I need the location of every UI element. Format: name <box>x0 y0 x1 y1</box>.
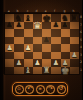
chess-app-screen: abcdefgh 87654321 ♞♝♚♞♜♟♟♛♟♟♟♟♟♟♟♟♟♟♝♜♚ … <box>0 0 82 100</box>
square-f8[interactable] <box>51 14 60 22</box>
home-button[interactable]: ⌂ <box>15 85 24 94</box>
piece-white-pawn-f2[interactable]: ♟ <box>53 60 59 67</box>
home-icon: ⌂ <box>17 86 20 92</box>
file-label-h: h <box>70 9 77 13</box>
rank-label-4: 4 <box>79 44 82 50</box>
reset-button[interactable]: ↺ <box>57 85 66 94</box>
piece-white-rook-e1[interactable]: ♜ <box>43 67 51 74</box>
piece-black-pawn-e5[interactable]: ♟ <box>43 37 49 44</box>
square-a5[interactable] <box>5 37 14 45</box>
piece-black-pawn-b7[interactable]: ♟ <box>16 22 22 29</box>
fast-forward-icon: » <box>38 86 41 92</box>
rank-label-7: 7 <box>79 21 82 27</box>
square-f4[interactable] <box>51 44 60 52</box>
rank-label-2: 2 <box>79 59 82 65</box>
rank-label-5: 5 <box>79 36 82 42</box>
square-c8[interactable]: ♝ <box>24 14 33 22</box>
redo-button[interactable]: ↷ <box>46 85 55 94</box>
square-g2[interactable]: ♟ <box>61 59 70 67</box>
rank-coordinate-labels: 87654321 <box>79 13 83 73</box>
square-e5[interactable]: ♟ <box>42 37 51 45</box>
redo-arrow-icon: ↷ <box>48 86 53 92</box>
file-label-g: g <box>60 9 67 13</box>
chess-board[interactable]: ♞♝♚♞♜♟♟♛♟♟♟♟♟♟♟♟♟♟♝♜♚ <box>4 13 80 75</box>
piece-white-bishop-c1[interactable]: ♝ <box>24 67 32 74</box>
square-c4[interactable]: ♟ <box>24 44 33 52</box>
piece-white-queen-d7[interactable]: ♛ <box>33 22 42 29</box>
square-d8[interactable] <box>33 14 42 22</box>
square-c6[interactable] <box>24 29 33 37</box>
square-d5[interactable] <box>33 37 42 45</box>
square-f1[interactable] <box>51 67 60 75</box>
square-g7[interactable]: ♟ <box>61 22 70 30</box>
square-b5[interactable] <box>14 37 23 45</box>
reset-loop-icon: ↺ <box>59 86 64 92</box>
square-g4[interactable] <box>61 44 70 52</box>
square-e1[interactable]: ♜ <box>42 67 51 75</box>
square-a6[interactable] <box>5 29 14 37</box>
square-b6[interactable] <box>14 29 23 37</box>
piece-white-pawn-g2[interactable]: ♟ <box>62 60 68 67</box>
file-label-e: e <box>42 9 49 13</box>
piece-white-pawn-h3[interactable]: ♟ <box>71 52 77 59</box>
square-c7[interactable] <box>24 22 33 30</box>
undo-button[interactable]: ↶ <box>25 85 34 94</box>
square-b1[interactable] <box>14 67 23 75</box>
piece-black-rook-h8[interactable]: ♜ <box>71 15 79 22</box>
square-f2[interactable]: ♟ <box>51 59 60 67</box>
square-d6[interactable] <box>33 29 42 37</box>
square-c2[interactable] <box>24 59 33 67</box>
square-d7[interactable]: ♛ <box>33 22 42 30</box>
piece-black-pawn-g7[interactable]: ♟ <box>62 22 68 29</box>
square-d3[interactable] <box>33 52 42 60</box>
square-b3[interactable] <box>14 52 23 60</box>
square-g6[interactable] <box>61 29 70 37</box>
file-coordinate-labels: abcdefgh <box>4 8 78 13</box>
square-f5[interactable] <box>51 37 60 45</box>
undo-arrow-icon: ↶ <box>27 86 32 92</box>
piece-black-pawn-a7[interactable]: ♟ <box>6 22 12 29</box>
square-d2[interactable]: ♟ <box>33 59 42 67</box>
square-g3[interactable] <box>61 52 70 60</box>
piece-white-pawn-b2[interactable]: ♟ <box>16 60 22 67</box>
square-f7[interactable]: ♟ <box>51 22 60 30</box>
square-c1[interactable]: ♝ <box>24 67 33 75</box>
rank-label-3: 3 <box>79 51 82 57</box>
piece-white-pawn-c4[interactable]: ♟ <box>25 45 31 52</box>
square-g1[interactable]: ♚ <box>61 67 70 75</box>
piece-white-pawn-d2[interactable]: ♟ <box>34 60 40 67</box>
square-d1[interactable] <box>33 67 42 75</box>
square-a3[interactable] <box>5 52 14 60</box>
square-e4[interactable] <box>42 44 51 52</box>
square-e3[interactable] <box>42 52 51 60</box>
piece-white-pawn-a4[interactable]: ♟ <box>6 45 12 52</box>
square-a1[interactable] <box>5 67 14 75</box>
square-f6[interactable] <box>51 29 60 37</box>
square-c5[interactable] <box>24 37 33 45</box>
bottom-toolbar: ⌂↶»↷↺ <box>12 82 68 96</box>
piece-black-knight-g8[interactable]: ♞ <box>61 15 69 22</box>
piece-black-knight-b8[interactable]: ♞ <box>15 15 23 22</box>
square-b4[interactable] <box>14 44 23 52</box>
square-d4[interactable] <box>33 44 42 52</box>
square-e8[interactable]: ♚ <box>42 14 51 22</box>
square-e2[interactable] <box>42 59 51 67</box>
piece-black-king-e8[interactable]: ♚ <box>42 15 51 22</box>
piece-black-pawn-f7[interactable]: ♟ <box>53 22 59 29</box>
square-e7[interactable] <box>42 22 51 30</box>
file-label-b: b <box>14 9 21 13</box>
square-a4[interactable]: ♟ <box>5 44 14 52</box>
square-e6[interactable] <box>42 29 51 37</box>
square-b7[interactable]: ♟ <box>14 22 23 30</box>
square-a2[interactable] <box>5 59 14 67</box>
rank-label-8: 8 <box>79 14 82 20</box>
piece-black-bishop-c8[interactable]: ♝ <box>24 15 32 22</box>
square-g8[interactable]: ♞ <box>61 14 70 22</box>
file-label-d: d <box>33 9 40 13</box>
square-g5[interactable] <box>61 37 70 45</box>
square-a7[interactable]: ♟ <box>5 22 14 30</box>
piece-white-king-g1[interactable]: ♚ <box>61 67 70 74</box>
square-b2[interactable]: ♟ <box>14 59 23 67</box>
file-label-f: f <box>51 9 58 13</box>
square-f3[interactable] <box>51 52 60 60</box>
square-a8[interactable] <box>5 14 14 22</box>
rank-label-6: 6 <box>79 29 82 35</box>
file-label-a: a <box>5 9 12 13</box>
rank-label-1: 1 <box>79 66 82 72</box>
forward-button[interactable]: » <box>36 85 45 94</box>
file-label-c: c <box>23 9 30 13</box>
square-b8[interactable]: ♞ <box>14 14 23 22</box>
square-c3[interactable] <box>24 52 33 60</box>
